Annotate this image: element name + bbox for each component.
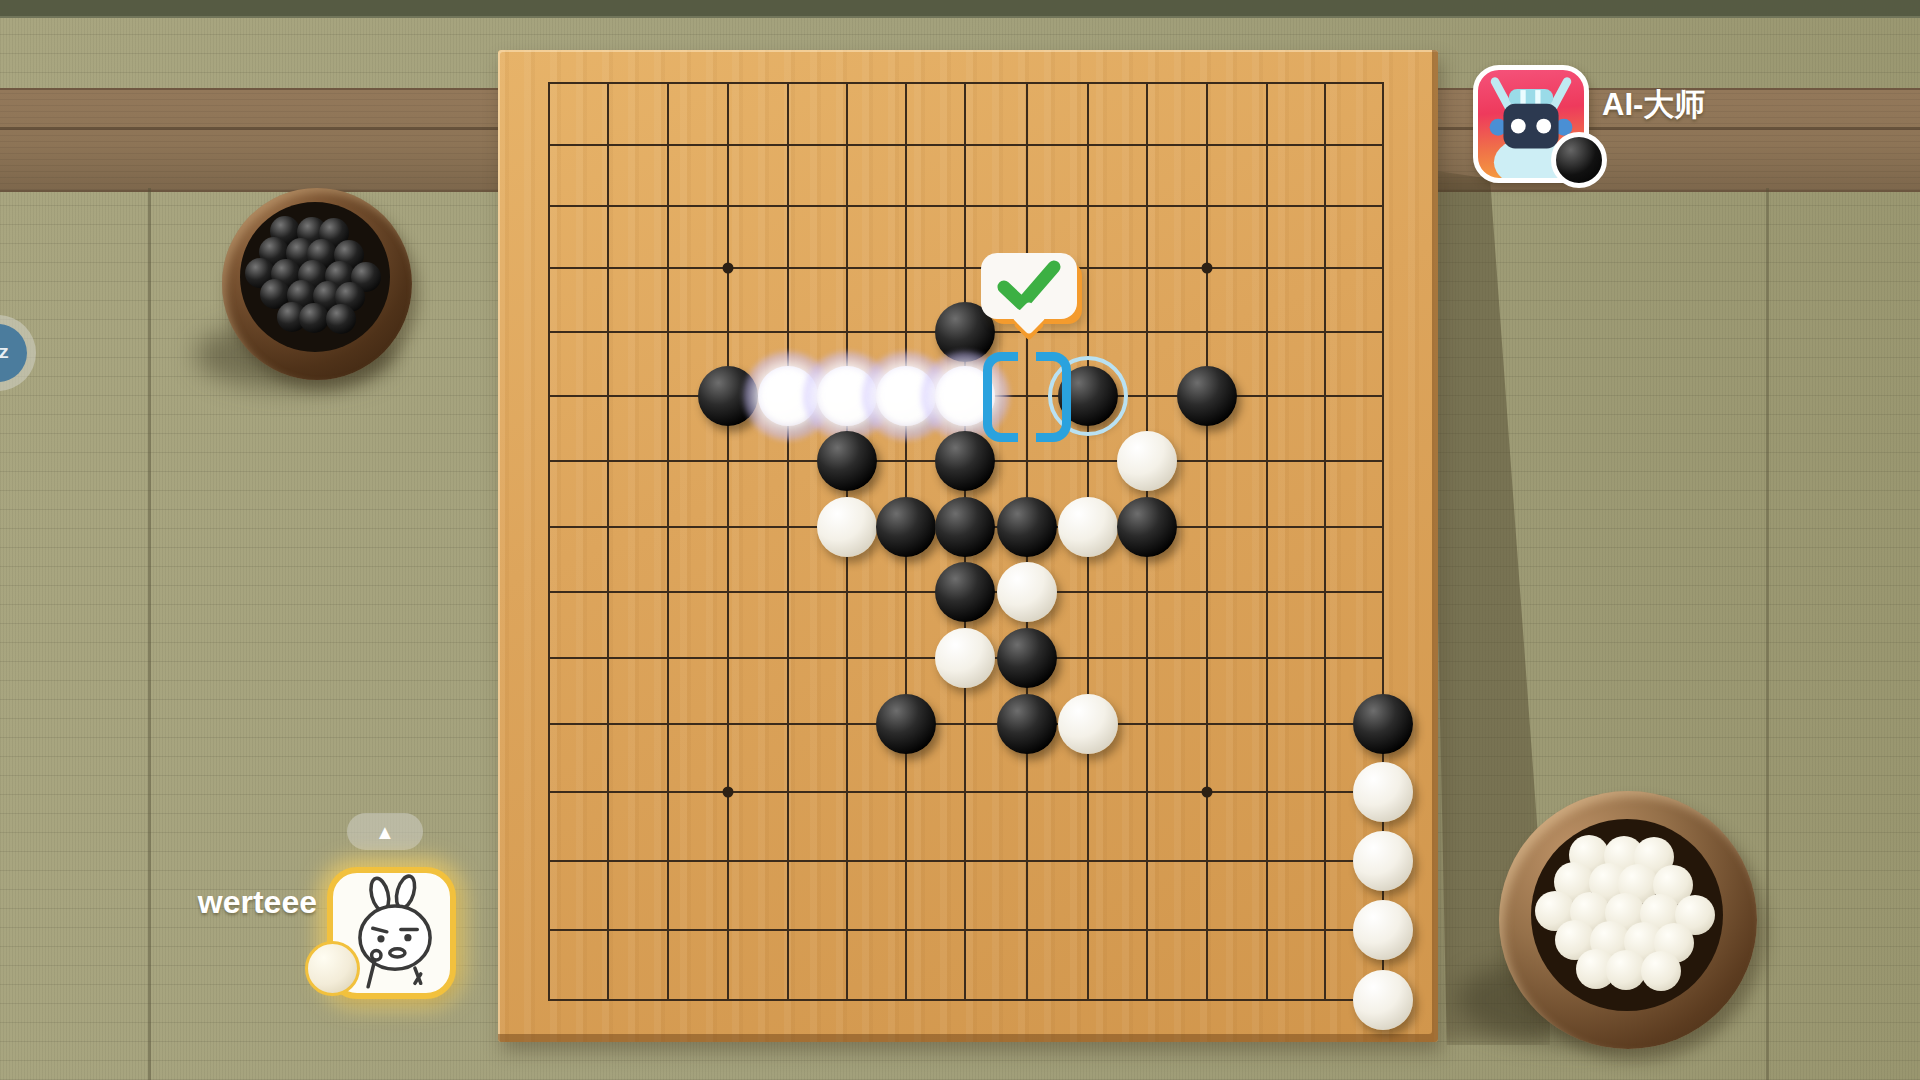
- stone-black: [876, 694, 936, 754]
- stone-white: [1353, 762, 1413, 822]
- white-bowl-stones: [1531, 819, 1723, 1011]
- confirm-move-button[interactable]: [981, 253, 1077, 319]
- grid-line-h: [548, 144, 1384, 146]
- ai-player-name: AI-大师: [1602, 84, 1705, 126]
- player-name: werteee: [160, 884, 317, 921]
- grid-line-v: [787, 82, 789, 1001]
- stone-white: [1353, 831, 1413, 891]
- stone-black: [1117, 497, 1177, 557]
- stone-black: [1353, 694, 1413, 754]
- black-stone-bowl: [222, 188, 412, 380]
- stone-black: [1177, 366, 1237, 426]
- go-board[interactable]: [498, 50, 1438, 1042]
- emote-pill-button[interactable]: ▲: [347, 813, 423, 850]
- player-white-stone-badge: [305, 941, 360, 996]
- tatami-seam-left: [148, 188, 151, 1080]
- stone-black: [876, 497, 936, 557]
- grid-line-h: [548, 82, 1384, 84]
- grid-line-v: [1206, 82, 1208, 1001]
- grid-line-h: [548, 860, 1384, 862]
- black-bowl-stones: [240, 202, 390, 352]
- stone-white: [1058, 497, 1118, 557]
- stone-black: [935, 562, 995, 622]
- up-arrow-icon: ▲: [375, 822, 395, 842]
- grid-line-h: [548, 267, 1384, 269]
- star-point: [723, 787, 734, 798]
- stone-white: [1117, 431, 1177, 491]
- stone-white: [1058, 694, 1118, 754]
- stone-black: [935, 497, 995, 557]
- grid-line-v: [727, 82, 729, 1001]
- stone-black: [997, 497, 1057, 557]
- stone-white: [997, 562, 1057, 622]
- stone-white: [935, 628, 995, 688]
- stone-black: [817, 431, 877, 491]
- bracket-left: [983, 352, 1018, 442]
- go-game-scene: AI-大师 ▲ werteee zz: [0, 0, 1920, 1080]
- bowl-white-stone: [1641, 951, 1681, 991]
- bracket-right: [1036, 352, 1071, 442]
- stone-white: [1353, 970, 1413, 1030]
- grid-line-h: [548, 929, 1384, 931]
- bowl-black-stone: [326, 304, 356, 334]
- grid-line-v: [667, 82, 669, 1001]
- star-point: [1202, 787, 1213, 798]
- grid-line-h: [548, 999, 1384, 1001]
- stone-white: [817, 497, 877, 557]
- tatami-edge-strip: [0, 0, 1920, 18]
- bowl-black-stone: [299, 303, 329, 333]
- pending-move-bracket: [983, 352, 1071, 440]
- stone-black: [935, 431, 995, 491]
- grid-line-v: [1266, 82, 1268, 1001]
- star-point: [723, 263, 734, 274]
- stone-white: [1353, 900, 1413, 960]
- grid-line-v: [607, 82, 609, 1001]
- grid-line-v: [1324, 82, 1326, 1001]
- ai-black-stone-badge: [1551, 132, 1607, 188]
- grid-line-h: [548, 723, 1384, 725]
- grid-line-v: [548, 82, 550, 1001]
- sleep-indicator-text: zz: [0, 342, 11, 364]
- star-point: [1202, 263, 1213, 274]
- tatami-seam-right: [1766, 188, 1769, 1080]
- grid-line-h: [548, 791, 1384, 793]
- white-stone-bowl: [1499, 791, 1757, 1049]
- stone-black: [997, 628, 1057, 688]
- stone-black: [997, 694, 1057, 754]
- grid-line-h: [548, 205, 1384, 207]
